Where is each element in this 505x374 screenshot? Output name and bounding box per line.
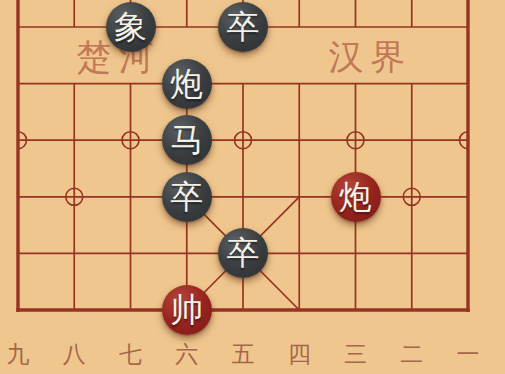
piece-black-horse[interactable]: 马 [162, 115, 212, 165]
piece-red-cannon[interactable]: 炮 [331, 172, 381, 222]
file-label-4: 四 [288, 343, 311, 366]
piece-glyph: 炮 [339, 172, 372, 222]
file-label-1: 一 [457, 343, 480, 366]
piece-black-cannon[interactable]: 炮 [162, 59, 212, 109]
file-label-6: 六 [175, 343, 198, 366]
piece-glyph: 炮 [170, 59, 203, 109]
file-label-2: 二 [400, 343, 423, 366]
file-label-3: 三 [344, 343, 367, 366]
piece-black-soldier-2[interactable]: 卒 [162, 172, 212, 222]
piece-black-soldier-1[interactable]: 卒 [218, 2, 268, 52]
piece-black-elephant[interactable]: 象 [106, 2, 156, 52]
piece-glyph: 卒 [170, 172, 203, 222]
piece-glyph: 马 [170, 115, 203, 165]
file-label-8: 八 [63, 343, 86, 366]
file-label-9: 九 [7, 343, 30, 366]
piece-glyph: 帅 [170, 285, 203, 335]
file-label-5: 五 [232, 343, 255, 366]
piece-glyph: 卒 [227, 228, 260, 278]
xiangqi-board-screen: 楚河 汉界 九八七六五四三二一 象卒炮马卒炮卒帅 [0, 0, 505, 374]
file-label-7: 七 [119, 343, 142, 366]
river-label-han: 汉界 [322, 34, 413, 81]
piece-red-general[interactable]: 帅 [162, 285, 212, 335]
piece-glyph: 象 [114, 2, 147, 52]
piece-glyph: 卒 [227, 2, 260, 52]
